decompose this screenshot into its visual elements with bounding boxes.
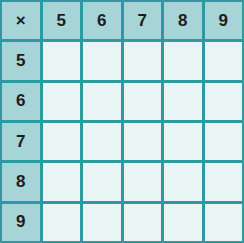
answer-cell-7x9[interactable] (205, 123, 243, 160)
column-header-9: 9 (205, 2, 243, 39)
row-header-9: 9 (2, 204, 40, 241)
answer-cell-6x7[interactable] (124, 83, 162, 120)
row-header-6: 6 (2, 83, 40, 120)
answer-cell-9x9[interactable] (205, 204, 243, 241)
answer-cell-5x6[interactable] (83, 42, 121, 79)
row-header-7: 7 (2, 123, 40, 160)
row-header-5: 5 (2, 42, 40, 79)
answer-cell-6x9[interactable] (205, 83, 243, 120)
answer-cell-9x5[interactable] (43, 204, 81, 241)
answer-cell-6x6[interactable] (83, 83, 121, 120)
operator-cell: × (2, 2, 40, 39)
answer-cell-5x7[interactable] (124, 42, 162, 79)
answer-cell-8x9[interactable] (205, 163, 243, 200)
answer-cell-9x8[interactable] (164, 204, 202, 241)
answer-cell-7x7[interactable] (124, 123, 162, 160)
answer-cell-7x8[interactable] (164, 123, 202, 160)
answer-cell-8x7[interactable] (124, 163, 162, 200)
multiplication-grid: × 5 6 7 8 9 5 6 7 8 9 (0, 0, 244, 243)
column-header-7: 7 (124, 2, 162, 39)
answer-cell-5x5[interactable] (43, 42, 81, 79)
column-header-6: 6 (83, 2, 121, 39)
answer-cell-8x5[interactable] (43, 163, 81, 200)
answer-cell-7x5[interactable] (43, 123, 81, 160)
row-header-8: 8 (2, 163, 40, 200)
answer-cell-8x8[interactable] (164, 163, 202, 200)
answer-cell-6x5[interactable] (43, 83, 81, 120)
answer-cell-6x8[interactable] (164, 83, 202, 120)
answer-cell-9x6[interactable] (83, 204, 121, 241)
answer-cell-5x8[interactable] (164, 42, 202, 79)
column-header-5: 5 (43, 2, 81, 39)
answer-cell-8x6[interactable] (83, 163, 121, 200)
answer-cell-9x7[interactable] (124, 204, 162, 241)
answer-cell-5x9[interactable] (205, 42, 243, 79)
column-header-8: 8 (164, 2, 202, 39)
answer-cell-7x6[interactable] (83, 123, 121, 160)
